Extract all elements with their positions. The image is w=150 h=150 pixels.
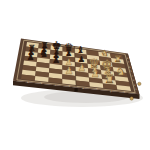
hinge-notch-icon (75, 88, 78, 91)
piece-white-r-g2: ♜ (104, 72, 114, 86)
piece-white-n-h4: ♞ (116, 65, 126, 78)
piece-black-b-e8: ♝ (77, 45, 85, 55)
piece-black-n-b6: ♞ (39, 48, 48, 59)
piece-white-r-h7: ♜ (114, 54, 122, 64)
clasp-icon (138, 82, 141, 85)
piece-white-p-e4: ♟ (78, 63, 86, 73)
piece-white-p-f3: ♟ (91, 68, 100, 79)
chess-board-photo-svg: a8b7c6d5e4f3g2h1♜♚♛♝♞♜♟♝♟♜♟♞♟♟♟♟♟♛♚♟♝♟♞♟… (0, 0, 150, 150)
clasp-icon (130, 97, 133, 100)
piece-black-p-c5: ♟ (52, 55, 60, 65)
chess-product-photo: a8b7c6d5e4f3g2h1♜♚♛♝♞♜♟♝♟♜♟♞♟♟♟♟♟♛♚♟♝♟♞♟… (0, 0, 150, 150)
piece-black-p-a5: ♟ (27, 52, 35, 62)
piece-white-p-d3: ♟ (65, 65, 74, 76)
